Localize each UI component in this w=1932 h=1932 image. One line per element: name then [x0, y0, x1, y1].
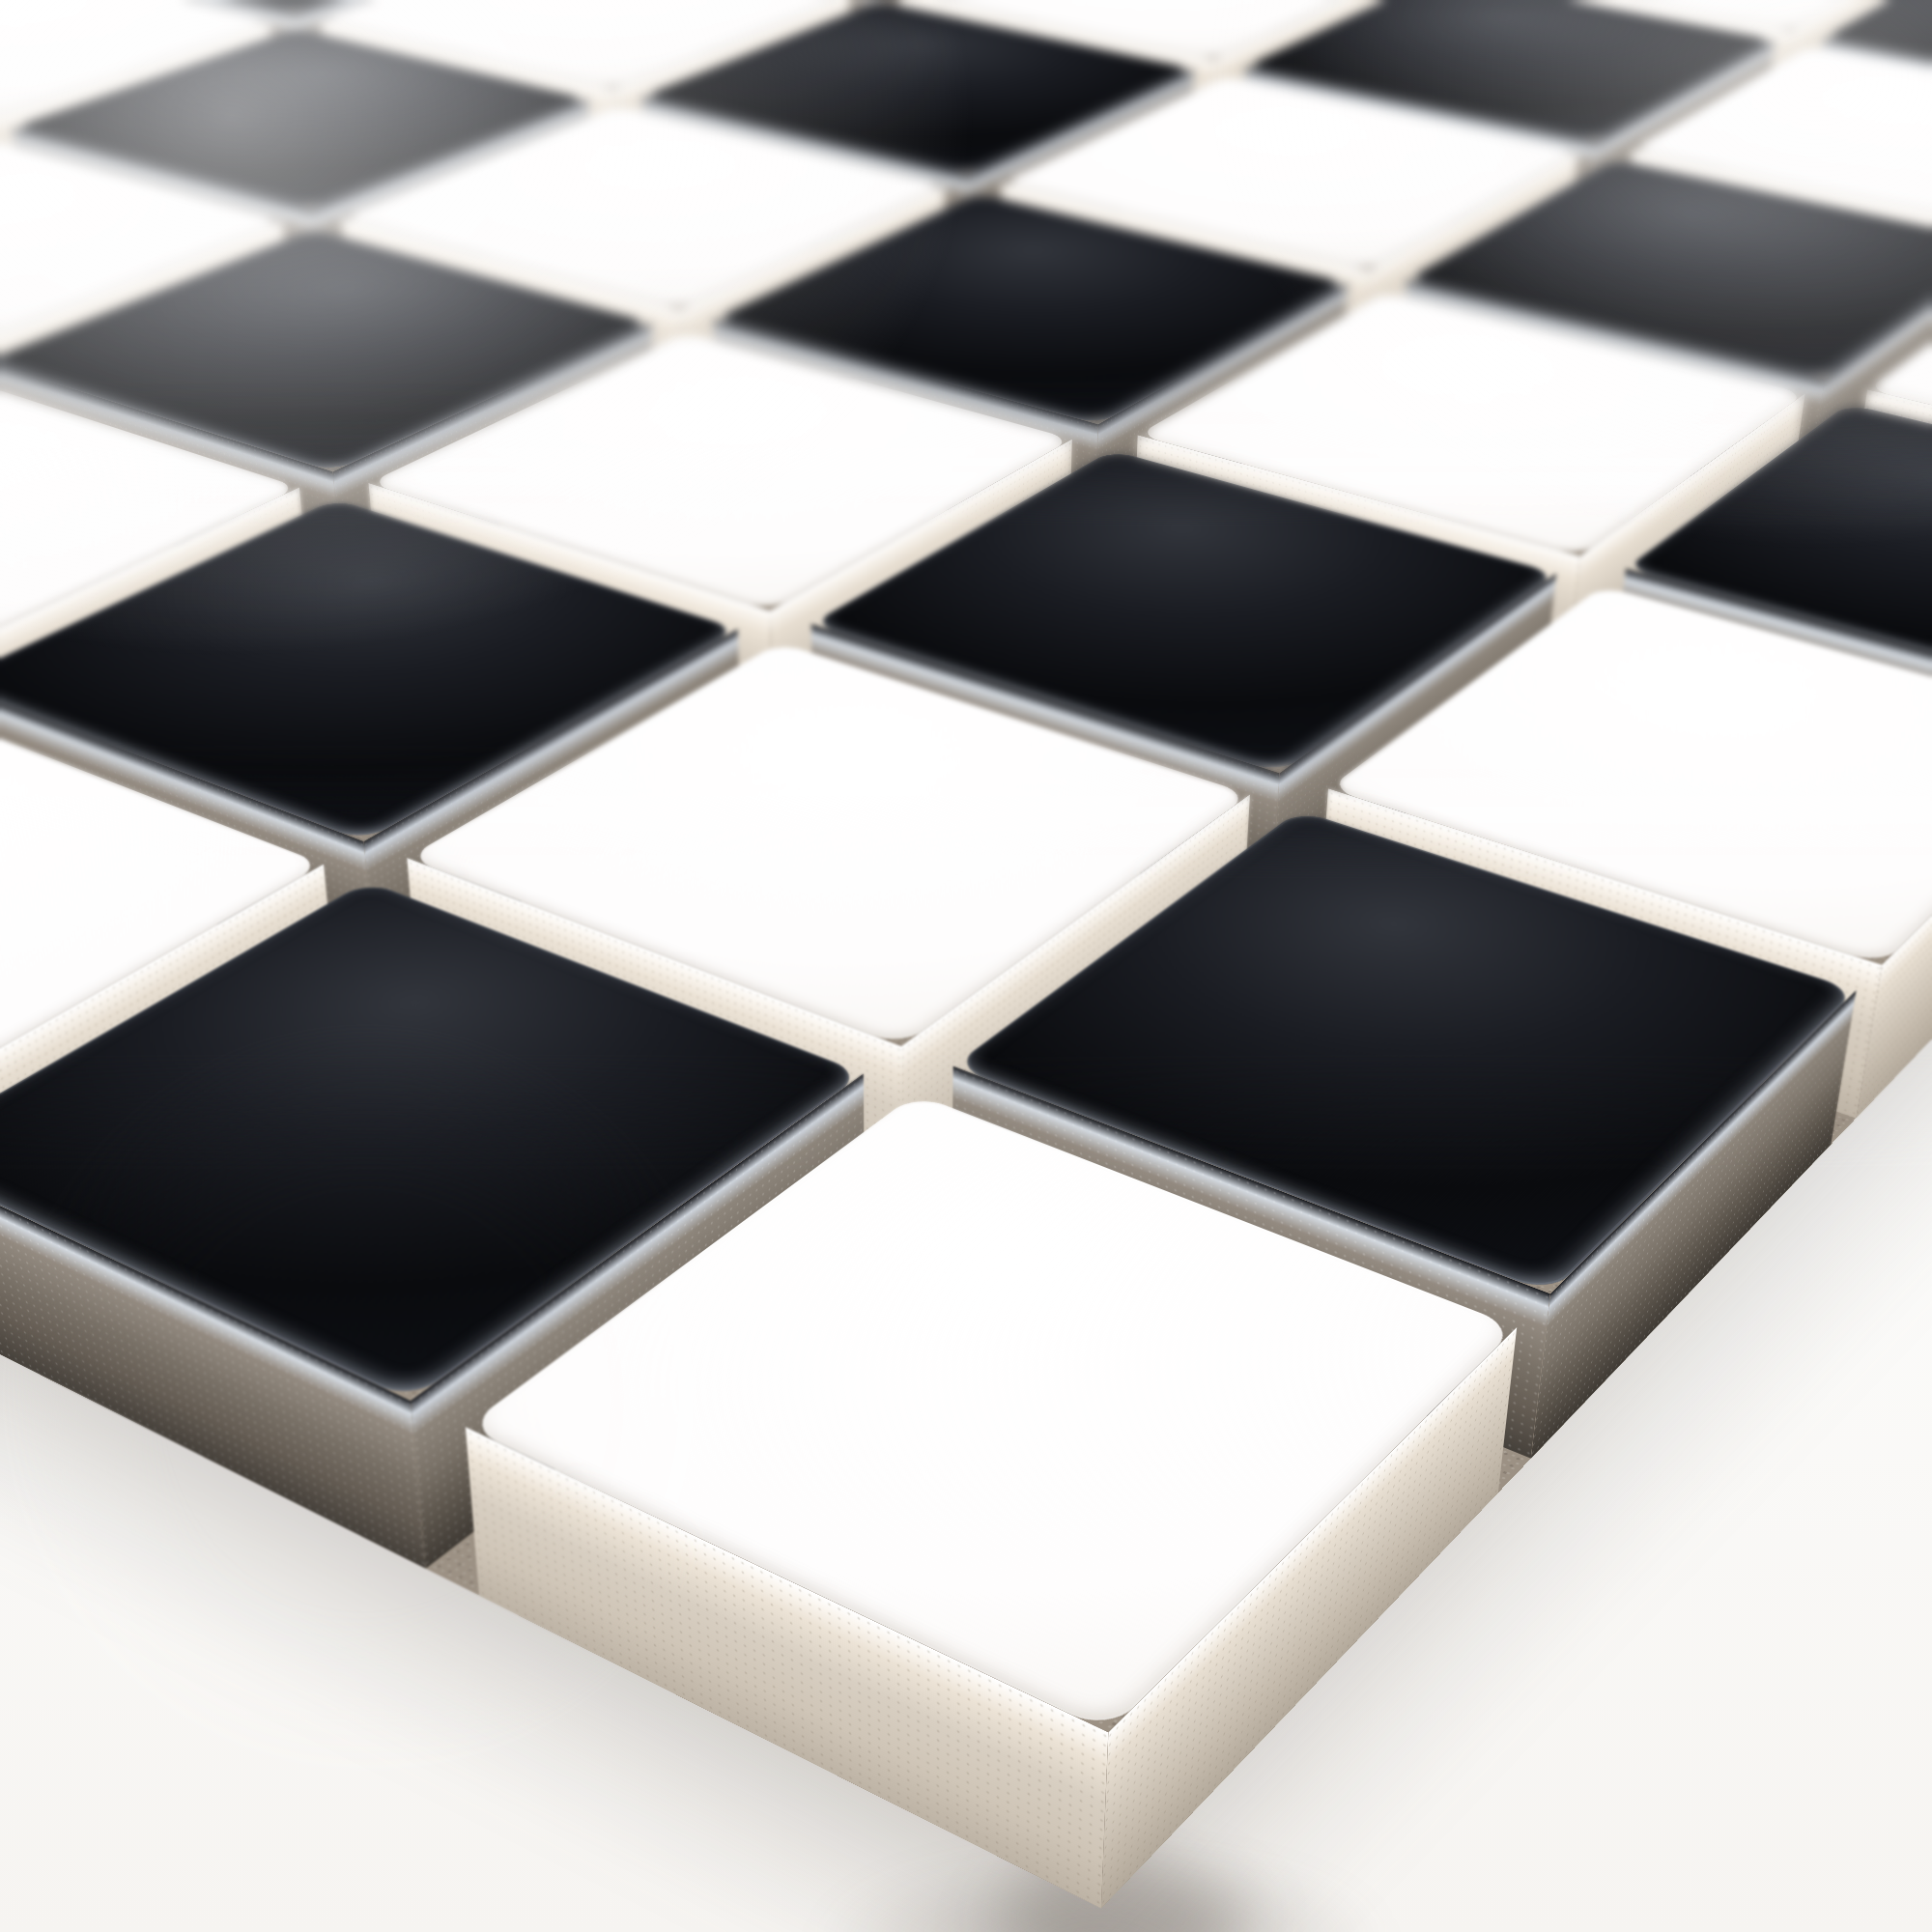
mosaic-checkerboard: [0, 0, 1932, 1909]
perspective-stage: [0, 0, 1932, 1932]
photo-scene: [0, 0, 1932, 1932]
tile-white: [479, 1252, 1498, 1909]
